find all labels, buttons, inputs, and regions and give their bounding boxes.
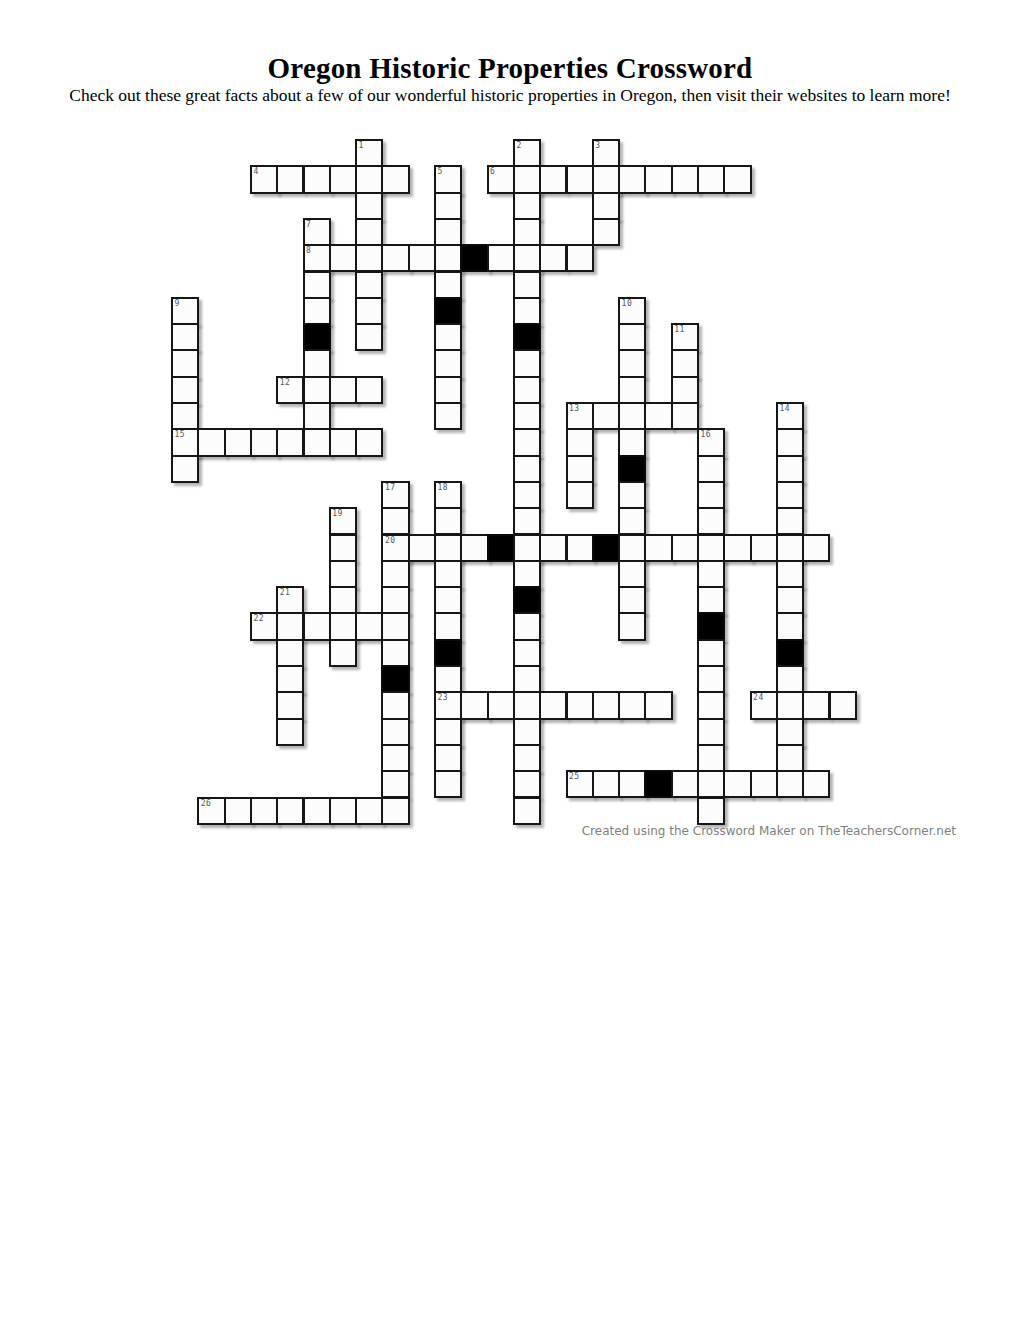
- cell-r1-c8[interactable]: [381, 165, 409, 193]
- cell-r25-c5[interactable]: [303, 797, 331, 825]
- cell-r21-c12[interactable]: [487, 691, 515, 719]
- cell-r4-c13[interactable]: [513, 244, 541, 272]
- cell-r24-c8[interactable]: [381, 770, 409, 798]
- clue-number-21: 21: [280, 588, 291, 598]
- cell-r25-c6[interactable]: [329, 797, 357, 825]
- cell-r18-c5[interactable]: [303, 612, 331, 640]
- cell-r7-c7[interactable]: [355, 323, 383, 351]
- cell-r21-c23[interactable]: [776, 691, 804, 719]
- cell-r14-c10[interactable]: [434, 507, 462, 535]
- clue-number-7: 7: [306, 220, 311, 230]
- cell-r11-c0[interactable]: 15: [171, 428, 199, 456]
- cell-r8-c0[interactable]: [171, 349, 199, 377]
- cell-r15-c20[interactable]: [697, 534, 725, 562]
- crossword-grid: 1234567891011121314151617181920212223242…: [171, 139, 855, 823]
- cell-r15-c24[interactable]: [802, 534, 830, 562]
- cell-r23-c10[interactable]: [434, 744, 462, 772]
- clue-number-1: 1: [359, 141, 364, 151]
- cell-r21-c8[interactable]: [381, 691, 409, 719]
- cell-r6-c0[interactable]: 9: [171, 297, 199, 325]
- cell-r1-c4[interactable]: [276, 165, 304, 193]
- cell-r18-c10[interactable]: [434, 612, 462, 640]
- clue-number-25: 25: [569, 772, 580, 782]
- cell-r4-c5[interactable]: 8: [303, 244, 331, 272]
- cell-r8-c13[interactable]: [513, 349, 541, 377]
- cell-r4-c15[interactable]: [566, 244, 594, 272]
- cell-r22-c13[interactable]: [513, 718, 541, 746]
- cell-r10-c10[interactable]: [434, 402, 462, 430]
- cell-r20-c13[interactable]: [513, 665, 541, 693]
- cell-r24-c13[interactable]: [513, 770, 541, 798]
- cell-r11-c2[interactable]: [224, 428, 252, 456]
- cell-r22-c23[interactable]: [776, 718, 804, 746]
- cell-r21-c20[interactable]: [697, 691, 725, 719]
- cell-r15-c21[interactable]: [723, 534, 751, 562]
- cell-r24-c10[interactable]: [434, 770, 462, 798]
- cell-r15-c15[interactable]: [566, 534, 594, 562]
- cell-r18-c7[interactable]: [355, 612, 383, 640]
- cell-r24-c22[interactable]: [750, 770, 778, 798]
- cell-r9-c17[interactable]: [618, 376, 646, 404]
- cell-r15-c11[interactable]: [460, 534, 488, 562]
- cell-r15-c6[interactable]: [329, 534, 357, 562]
- cell-r6-c5[interactable]: [303, 297, 331, 325]
- cell-r21-c14[interactable]: [539, 691, 567, 719]
- cell-r11-c6[interactable]: [329, 428, 357, 456]
- cell-r3-c13[interactable]: [513, 218, 541, 246]
- cell-r2-c16[interactable]: [592, 192, 620, 220]
- cell-r16-c17[interactable]: [618, 560, 646, 588]
- cell-r14-c20[interactable]: [697, 507, 725, 535]
- cell-r11-c4[interactable]: [276, 428, 304, 456]
- cell-r3-c16[interactable]: [592, 218, 620, 246]
- block-cell-r18-c20: [697, 612, 725, 640]
- cell-r1-c19[interactable]: [671, 165, 699, 193]
- cell-r3-c10[interactable]: [434, 218, 462, 246]
- cell-r25-c8[interactable]: [381, 797, 409, 825]
- cell-r18-c13[interactable]: [513, 612, 541, 640]
- cell-r4-c6[interactable]: [329, 244, 357, 272]
- cell-r4-c9[interactable]: [408, 244, 436, 272]
- cell-r10-c18[interactable]: [644, 402, 672, 430]
- cell-r21-c22[interactable]: 24: [750, 691, 778, 719]
- cell-r11-c13[interactable]: [513, 428, 541, 456]
- cell-r13-c23[interactable]: [776, 481, 804, 509]
- cell-r14-c17[interactable]: [618, 507, 646, 535]
- cell-r1-c18[interactable]: [644, 165, 672, 193]
- cell-r22-c4[interactable]: [276, 718, 304, 746]
- block-cell-r7-c5: [303, 323, 331, 351]
- cell-r24-c16[interactable]: [592, 770, 620, 798]
- cell-r23-c23[interactable]: [776, 744, 804, 772]
- cell-r5-c10[interactable]: [434, 271, 462, 299]
- cell-r25-c13[interactable]: [513, 797, 541, 825]
- cell-r2-c10[interactable]: [434, 192, 462, 220]
- cell-r9-c10[interactable]: [434, 376, 462, 404]
- cell-r24-c21[interactable]: [723, 770, 751, 798]
- block-cell-r17-c13: [513, 586, 541, 614]
- clue-number-23: 23: [438, 693, 449, 703]
- cell-r4-c10[interactable]: [434, 244, 462, 272]
- cell-r9-c5[interactable]: [303, 376, 331, 404]
- cell-r17-c6[interactable]: [329, 586, 357, 614]
- cell-r2-c7[interactable]: [355, 192, 383, 220]
- cell-r1-c20[interactable]: [697, 165, 725, 193]
- cell-r1-c21[interactable]: [723, 165, 751, 193]
- cell-r15-c13[interactable]: [513, 534, 541, 562]
- cell-r13-c17[interactable]: [618, 481, 646, 509]
- cell-r15-c18[interactable]: [644, 534, 672, 562]
- cell-r10-c15[interactable]: 13: [566, 402, 594, 430]
- cell-r21-c15[interactable]: [566, 691, 594, 719]
- cell-r21-c11[interactable]: [460, 691, 488, 719]
- clue-number-26: 26: [201, 799, 212, 809]
- cell-r25-c3[interactable]: [250, 797, 278, 825]
- cell-r8-c10[interactable]: [434, 349, 462, 377]
- block-cell-r19-c10: [434, 639, 462, 667]
- cell-r10-c19[interactable]: [671, 402, 699, 430]
- cell-r15-c17[interactable]: [618, 534, 646, 562]
- cell-r14-c13[interactable]: [513, 507, 541, 535]
- cell-r24-c20[interactable]: [697, 770, 725, 798]
- cell-r17-c8[interactable]: [381, 586, 409, 614]
- cell-r11-c15[interactable]: [566, 428, 594, 456]
- cell-r4-c8[interactable]: [381, 244, 409, 272]
- credit-text: Created using the Crossword Maker on The…: [0, 824, 956, 838]
- cell-r22-c10[interactable]: [434, 718, 462, 746]
- cell-r24-c24[interactable]: [802, 770, 830, 798]
- cell-r4-c7[interactable]: [355, 244, 383, 272]
- cell-r12-c0[interactable]: [171, 455, 199, 483]
- cell-r21-c25[interactable]: [829, 691, 857, 719]
- cell-r19-c6[interactable]: [329, 639, 357, 667]
- cell-r10-c16[interactable]: [592, 402, 620, 430]
- cell-r12-c15[interactable]: [566, 455, 594, 483]
- block-cell-r20-c8: [381, 665, 409, 693]
- cell-r7-c10[interactable]: [434, 323, 462, 351]
- cell-r1-c3[interactable]: 4: [250, 165, 278, 193]
- cell-r14-c8[interactable]: [381, 507, 409, 535]
- clue-number-12: 12: [280, 378, 291, 388]
- cell-r19-c4[interactable]: [276, 639, 304, 667]
- cell-r20-c23[interactable]: [776, 665, 804, 693]
- cell-r1-c6[interactable]: [329, 165, 357, 193]
- cell-r0-c7[interactable]: 1: [355, 139, 383, 167]
- cell-r7-c19[interactable]: 11: [671, 323, 699, 351]
- cell-r18-c8[interactable]: [381, 612, 409, 640]
- clue-number-13: 13: [569, 404, 580, 414]
- cell-r14-c23[interactable]: [776, 507, 804, 535]
- cell-r12-c23[interactable]: [776, 455, 804, 483]
- block-cell-r4-c11: [460, 244, 488, 272]
- cell-r15-c10[interactable]: [434, 534, 462, 562]
- cell-r6-c7[interactable]: [355, 297, 383, 325]
- clue-number-15: 15: [175, 430, 186, 440]
- cell-r10-c5[interactable]: [303, 402, 331, 430]
- cell-r7-c0[interactable]: [171, 323, 199, 351]
- cell-r13-c8[interactable]: 17: [381, 481, 409, 509]
- cell-r9-c0[interactable]: [171, 376, 199, 404]
- cell-r6-c13[interactable]: [513, 297, 541, 325]
- cell-r18-c3[interactable]: 22: [250, 612, 278, 640]
- clue-number-5: 5: [438, 167, 443, 177]
- cell-r1-c10[interactable]: 5: [434, 165, 462, 193]
- cell-r13-c15[interactable]: [566, 481, 594, 509]
- cell-r18-c17[interactable]: [618, 612, 646, 640]
- clue-number-6: 6: [490, 167, 495, 177]
- cell-r5-c13[interactable]: [513, 271, 541, 299]
- cell-r1-c7[interactable]: [355, 165, 383, 193]
- cell-r19-c8[interactable]: [381, 639, 409, 667]
- cell-r16-c10[interactable]: [434, 560, 462, 588]
- cell-r15-c22[interactable]: [750, 534, 778, 562]
- clue-number-16: 16: [701, 430, 712, 440]
- cell-r4-c12[interactable]: [487, 244, 515, 272]
- cell-r6-c17[interactable]: 10: [618, 297, 646, 325]
- cell-r10-c17[interactable]: [618, 402, 646, 430]
- cell-r23-c8[interactable]: [381, 744, 409, 772]
- cell-r25-c4[interactable]: [276, 797, 304, 825]
- cell-r18-c4[interactable]: [276, 612, 304, 640]
- clue-number-11: 11: [674, 325, 685, 335]
- cell-r1-c14[interactable]: [539, 165, 567, 193]
- cell-r24-c23[interactable]: [776, 770, 804, 798]
- cell-r21-c17[interactable]: [618, 691, 646, 719]
- puzzle-subtitle: Check out these great facts about a few …: [60, 85, 960, 106]
- cell-r9-c4[interactable]: 12: [276, 376, 304, 404]
- cell-r24-c15[interactable]: 25: [566, 770, 594, 798]
- cell-r4-c14[interactable]: [539, 244, 567, 272]
- cell-r17-c10[interactable]: [434, 586, 462, 614]
- cell-r23-c20[interactable]: [697, 744, 725, 772]
- cell-r11-c20[interactable]: 16: [697, 428, 725, 456]
- cell-r18-c23[interactable]: [776, 612, 804, 640]
- cell-r8-c5[interactable]: [303, 349, 331, 377]
- cell-r10-c0[interactable]: [171, 402, 199, 430]
- cell-r11-c1[interactable]: [197, 428, 225, 456]
- cell-r11-c5[interactable]: [303, 428, 331, 456]
- cell-r21-c18[interactable]: [644, 691, 672, 719]
- cell-r5-c7[interactable]: [355, 271, 383, 299]
- cell-r8-c17[interactable]: [618, 349, 646, 377]
- clue-number-17: 17: [385, 483, 396, 493]
- cell-r11-c17[interactable]: [618, 428, 646, 456]
- cell-r11-c3[interactable]: [250, 428, 278, 456]
- cell-r3-c5[interactable]: 7: [303, 218, 331, 246]
- cell-r19-c13[interactable]: [513, 639, 541, 667]
- cell-r13-c10[interactable]: 18: [434, 481, 462, 509]
- cell-r20-c20[interactable]: [697, 665, 725, 693]
- cell-r13-c13[interactable]: [513, 481, 541, 509]
- cell-r21-c10[interactable]: 23: [434, 691, 462, 719]
- cell-r11-c7[interactable]: [355, 428, 383, 456]
- cell-r21-c4[interactable]: [276, 691, 304, 719]
- clue-number-22: 22: [253, 614, 264, 624]
- clue-number-8: 8: [306, 246, 311, 256]
- cell-r25-c1[interactable]: 26: [197, 797, 225, 825]
- cell-r9-c7[interactable]: [355, 376, 383, 404]
- cell-r21-c16[interactable]: [592, 691, 620, 719]
- cell-r19-c20[interactable]: [697, 639, 725, 667]
- clue-number-14: 14: [779, 404, 790, 414]
- cell-r9-c6[interactable]: [329, 376, 357, 404]
- cell-r16-c20[interactable]: [697, 560, 725, 588]
- cell-r15-c8[interactable]: 20: [381, 534, 409, 562]
- cell-r5-c5[interactable]: [303, 271, 331, 299]
- cell-r17-c20[interactable]: [697, 586, 725, 614]
- clue-number-2: 2: [516, 141, 521, 151]
- cell-r15-c23[interactable]: [776, 534, 804, 562]
- cell-r12-c13[interactable]: [513, 455, 541, 483]
- cell-r18-c6[interactable]: [329, 612, 357, 640]
- puzzle-title: Oregon Historic Properties Crossword: [0, 52, 1020, 85]
- cell-r8-c19[interactable]: [671, 349, 699, 377]
- cell-r1-c13[interactable]: [513, 165, 541, 193]
- block-cell-r12-c17: [618, 455, 646, 483]
- block-cell-r19-c23: [776, 639, 804, 667]
- cell-r9-c13[interactable]: [513, 376, 541, 404]
- cell-r14-c6[interactable]: 19: [329, 507, 357, 535]
- cell-r22-c8[interactable]: [381, 718, 409, 746]
- cell-r16-c23[interactable]: [776, 560, 804, 588]
- cell-r15-c19[interactable]: [671, 534, 699, 562]
- cell-r17-c4[interactable]: 21: [276, 586, 304, 614]
- clue-number-3: 3: [595, 141, 600, 151]
- clue-number-4: 4: [253, 167, 258, 177]
- cell-r12-c20[interactable]: [697, 455, 725, 483]
- block-cell-r24-c18: [644, 770, 672, 798]
- cell-r23-c13[interactable]: [513, 744, 541, 772]
- cell-r15-c9[interactable]: [408, 534, 436, 562]
- cell-r25-c20[interactable]: [697, 797, 725, 825]
- block-cell-r15-c16: [592, 534, 620, 562]
- clue-number-9: 9: [175, 299, 180, 309]
- cell-r1-c15[interactable]: [566, 165, 594, 193]
- cell-r25-c2[interactable]: [224, 797, 252, 825]
- cell-r0-c16[interactable]: 3: [592, 139, 620, 167]
- clue-number-20: 20: [385, 536, 396, 546]
- cell-r1-c5[interactable]: [303, 165, 331, 193]
- cell-r17-c23[interactable]: [776, 586, 804, 614]
- cell-r15-c14[interactable]: [539, 534, 567, 562]
- cell-r16-c8[interactable]: [381, 560, 409, 588]
- clue-number-19: 19: [332, 509, 343, 519]
- clue-number-24: 24: [753, 693, 764, 703]
- cell-r25-c7[interactable]: [355, 797, 383, 825]
- cell-r7-c17[interactable]: [618, 323, 646, 351]
- cell-r11-c23[interactable]: [776, 428, 804, 456]
- cell-r24-c17[interactable]: [618, 770, 646, 798]
- cell-r24-c19[interactable]: [671, 770, 699, 798]
- cell-r1-c16[interactable]: [592, 165, 620, 193]
- cell-r16-c6[interactable]: [329, 560, 357, 588]
- cell-r10-c23[interactable]: 14: [776, 402, 804, 430]
- block-cell-r15-c12: [487, 534, 515, 562]
- cell-r9-c19[interactable]: [671, 376, 699, 404]
- cell-r1-c12[interactable]: 6: [487, 165, 515, 193]
- cell-r22-c20[interactable]: [697, 718, 725, 746]
- clue-number-18: 18: [438, 483, 449, 493]
- cell-r0-c13[interactable]: 2: [513, 139, 541, 167]
- cell-r16-c13[interactable]: [513, 560, 541, 588]
- block-cell-r6-c10: [434, 297, 462, 325]
- block-cell-r7-c13: [513, 323, 541, 351]
- clue-number-10: 10: [622, 299, 633, 309]
- cell-r20-c4[interactable]: [276, 665, 304, 693]
- cell-r3-c7[interactable]: [355, 218, 383, 246]
- cell-r17-c17[interactable]: [618, 586, 646, 614]
- cell-r20-c10[interactable]: [434, 665, 462, 693]
- cell-r21-c24[interactable]: [802, 691, 830, 719]
- cell-r2-c13[interactable]: [513, 192, 541, 220]
- cell-r10-c13[interactable]: [513, 402, 541, 430]
- cell-r21-c13[interactable]: [513, 691, 541, 719]
- cell-r13-c20[interactable]: [697, 481, 725, 509]
- cell-r1-c17[interactable]: [618, 165, 646, 193]
